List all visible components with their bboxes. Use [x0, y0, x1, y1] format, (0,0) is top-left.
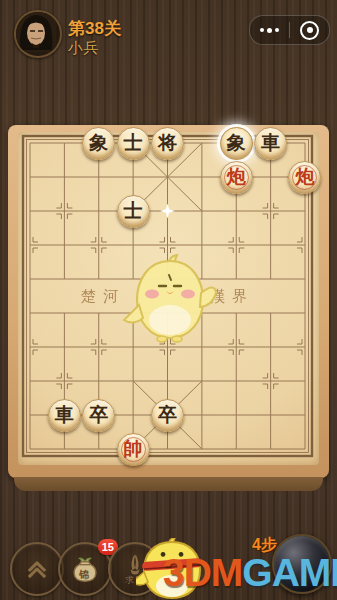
piece-red-cannon[interactable]: 炮 [220, 161, 253, 194]
circle-dot-icon [300, 21, 319, 40]
piece-black-advisor[interactable]: 士 [117, 127, 150, 160]
piece-black-soldier[interactable]: 卒 [82, 399, 115, 432]
avatar-portrait [16, 12, 56, 52]
piece-red-king[interactable]: 帥 [117, 433, 150, 466]
piece-black-chariot[interactable]: 車 [254, 127, 287, 160]
piece-grid: 象士将象車炮炮士車卒卒帥 [13, 126, 322, 466]
collapse-menu-button[interactable] [10, 542, 64, 596]
app-screen: 第38关 小兵 [0, 0, 337, 600]
avatar[interactable] [14, 10, 62, 58]
xiangqi-board[interactable]: 楚河 漢界 象士将象車炮炮士車卒卒帥 [8, 125, 329, 478]
level-label: 第38关 [68, 17, 121, 40]
more-button[interactable] [250, 16, 289, 44]
piece-black-chariot[interactable]: 車 [48, 399, 81, 432]
ask-help-button[interactable]: 求助 [108, 542, 162, 596]
piece-black-elephant[interactable]: 象 [82, 127, 115, 160]
brocade-bag-icon [67, 551, 103, 587]
piece-black-general[interactable]: 将 [151, 127, 184, 160]
help-label: 求助 [125, 574, 145, 587]
close-minip-button[interactable] [290, 16, 329, 44]
steps-counter: 4步 [252, 535, 277, 556]
piece-red-cannon[interactable]: 炮 [288, 161, 321, 194]
move-hint-sparkle [160, 204, 175, 219]
ellipsis-icon [260, 28, 279, 33]
chevron-up-icon [20, 552, 54, 586]
piece-black-elephant[interactable]: 象 [220, 127, 253, 160]
wechat-capsule [249, 15, 330, 45]
hint-bag-button[interactable]: 锦 15 [58, 542, 112, 596]
level-subtitle: 小兵 [68, 39, 98, 58]
piece-black-advisor[interactable]: 士 [117, 195, 150, 228]
dark-orb-button[interactable] [272, 534, 332, 594]
piece-black-soldier[interactable]: 卒 [151, 399, 184, 432]
watermark-3dm: 3DM [163, 551, 242, 594]
